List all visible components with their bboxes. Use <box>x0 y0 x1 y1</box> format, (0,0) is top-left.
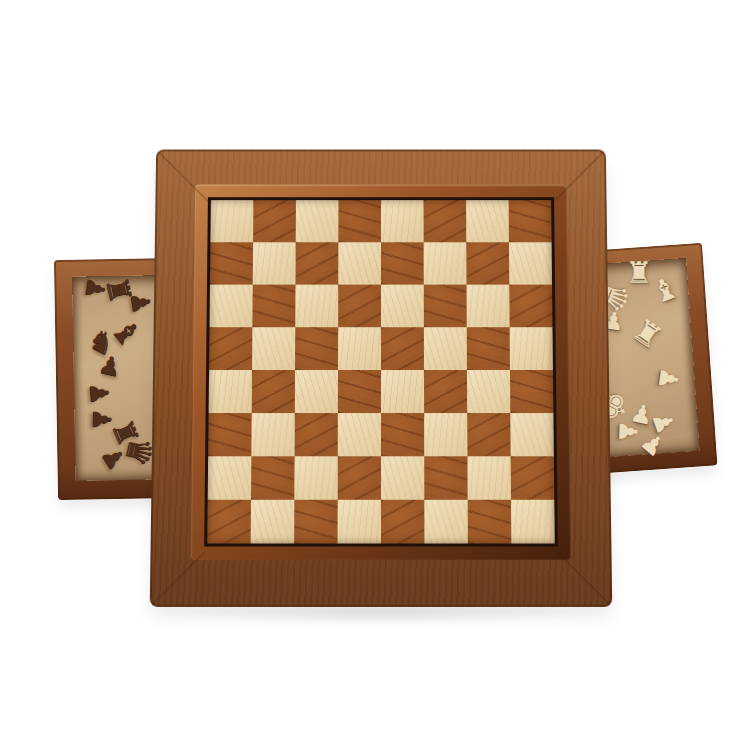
product-photo: ♟♜♟♝♞♟♟♟♜♛♟ ♜♝♛♟♜♟♚♟♟♟♟ <box>0 0 750 750</box>
square-c1 <box>294 500 338 544</box>
square-c7 <box>295 242 338 284</box>
square-e4 <box>381 370 424 413</box>
square-h5 <box>510 327 553 370</box>
square-h6 <box>509 285 552 328</box>
square-c3 <box>295 413 338 456</box>
left-drawer-pawn: ♟ <box>86 381 113 406</box>
square-e5 <box>381 327 424 370</box>
square-f2 <box>424 456 467 499</box>
square-f5 <box>424 327 467 370</box>
square-a1 <box>207 500 251 544</box>
square-a6 <box>210 285 253 328</box>
square-b1 <box>251 500 295 544</box>
square-b3 <box>251 413 294 456</box>
square-a7 <box>210 242 253 284</box>
square-f4 <box>424 370 467 413</box>
square-e2 <box>381 456 424 499</box>
square-g1 <box>468 500 512 544</box>
square-c8 <box>296 200 339 242</box>
square-e6 <box>381 285 424 328</box>
square-c6 <box>295 285 338 328</box>
square-g5 <box>467 327 510 370</box>
square-d7 <box>338 242 381 284</box>
square-b5 <box>252 327 295 370</box>
square-f7 <box>424 242 467 284</box>
square-a4 <box>209 370 252 413</box>
square-h4 <box>510 370 553 413</box>
square-h1 <box>511 500 555 544</box>
square-a2 <box>208 456 252 499</box>
chess-box <box>150 149 613 606</box>
right-drawer-pawn: ♟ <box>654 366 682 392</box>
square-d3 <box>338 413 381 456</box>
board-pinline <box>204 197 558 546</box>
square-h8 <box>509 200 552 242</box>
square-b8 <box>253 200 296 242</box>
square-d5 <box>338 327 381 370</box>
square-d1 <box>338 500 381 544</box>
right-drawer-pawn: ♟ <box>615 420 641 443</box>
board-bevel-frame <box>191 185 571 560</box>
square-d2 <box>338 456 381 499</box>
square-e8 <box>381 200 424 242</box>
square-h3 <box>510 413 554 456</box>
square-b4 <box>252 370 295 413</box>
square-a8 <box>210 200 253 242</box>
square-d6 <box>338 285 381 328</box>
square-f3 <box>424 413 467 456</box>
square-g4 <box>467 370 510 413</box>
square-a3 <box>208 413 252 456</box>
square-d4 <box>338 370 381 413</box>
square-f6 <box>424 285 467 328</box>
square-f8 <box>424 200 467 242</box>
square-h7 <box>509 242 552 284</box>
square-g2 <box>467 456 511 499</box>
square-d8 <box>338 200 381 242</box>
square-e3 <box>381 413 424 456</box>
square-g3 <box>467 413 510 456</box>
square-g8 <box>466 200 509 242</box>
square-b7 <box>253 242 296 284</box>
right-drawer-rook: ♜ <box>627 313 667 354</box>
square-g7 <box>466 242 509 284</box>
square-b6 <box>252 285 295 328</box>
square-f1 <box>424 500 468 544</box>
square-b2 <box>251 456 295 499</box>
square-c5 <box>295 327 338 370</box>
square-c2 <box>294 456 337 499</box>
square-e7 <box>381 242 424 284</box>
right-drawer-bishop: ♝ <box>647 272 683 310</box>
square-c4 <box>295 370 338 413</box>
square-h2 <box>511 456 555 499</box>
square-e1 <box>381 500 424 544</box>
left-drawer-pawn: ♟ <box>96 351 123 380</box>
chess-board <box>207 200 555 543</box>
square-a5 <box>209 327 252 370</box>
square-g6 <box>467 285 510 328</box>
